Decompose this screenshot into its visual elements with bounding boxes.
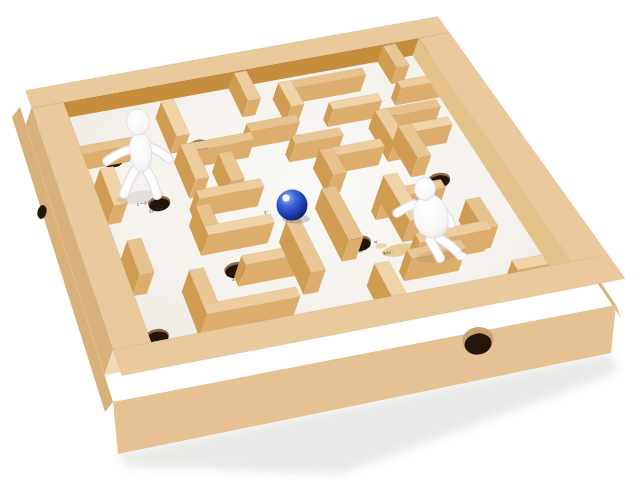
labyrinth-board: ɜ·ɾɾ~ʌɜ·ɜʌ·ɾɜɜ·ɾʌɜ·ɜɜʌɾ·ɜɾʌɜ·ɜʌɾ··ɜ~ɜ·ʌ·…: [0, 0, 640, 480]
marble-highlight: [282, 194, 289, 201]
maze-photo-stage: ɜ·ɾɾ~ʌɜ·ɜʌ·ɾɜɜ·ɾʌɜ·ɜɜʌɾ·ɜɾʌɜ·ɜʌɾ··ɜ~ɜ·ʌ·…: [0, 0, 640, 480]
figure-foot: [456, 252, 467, 260]
